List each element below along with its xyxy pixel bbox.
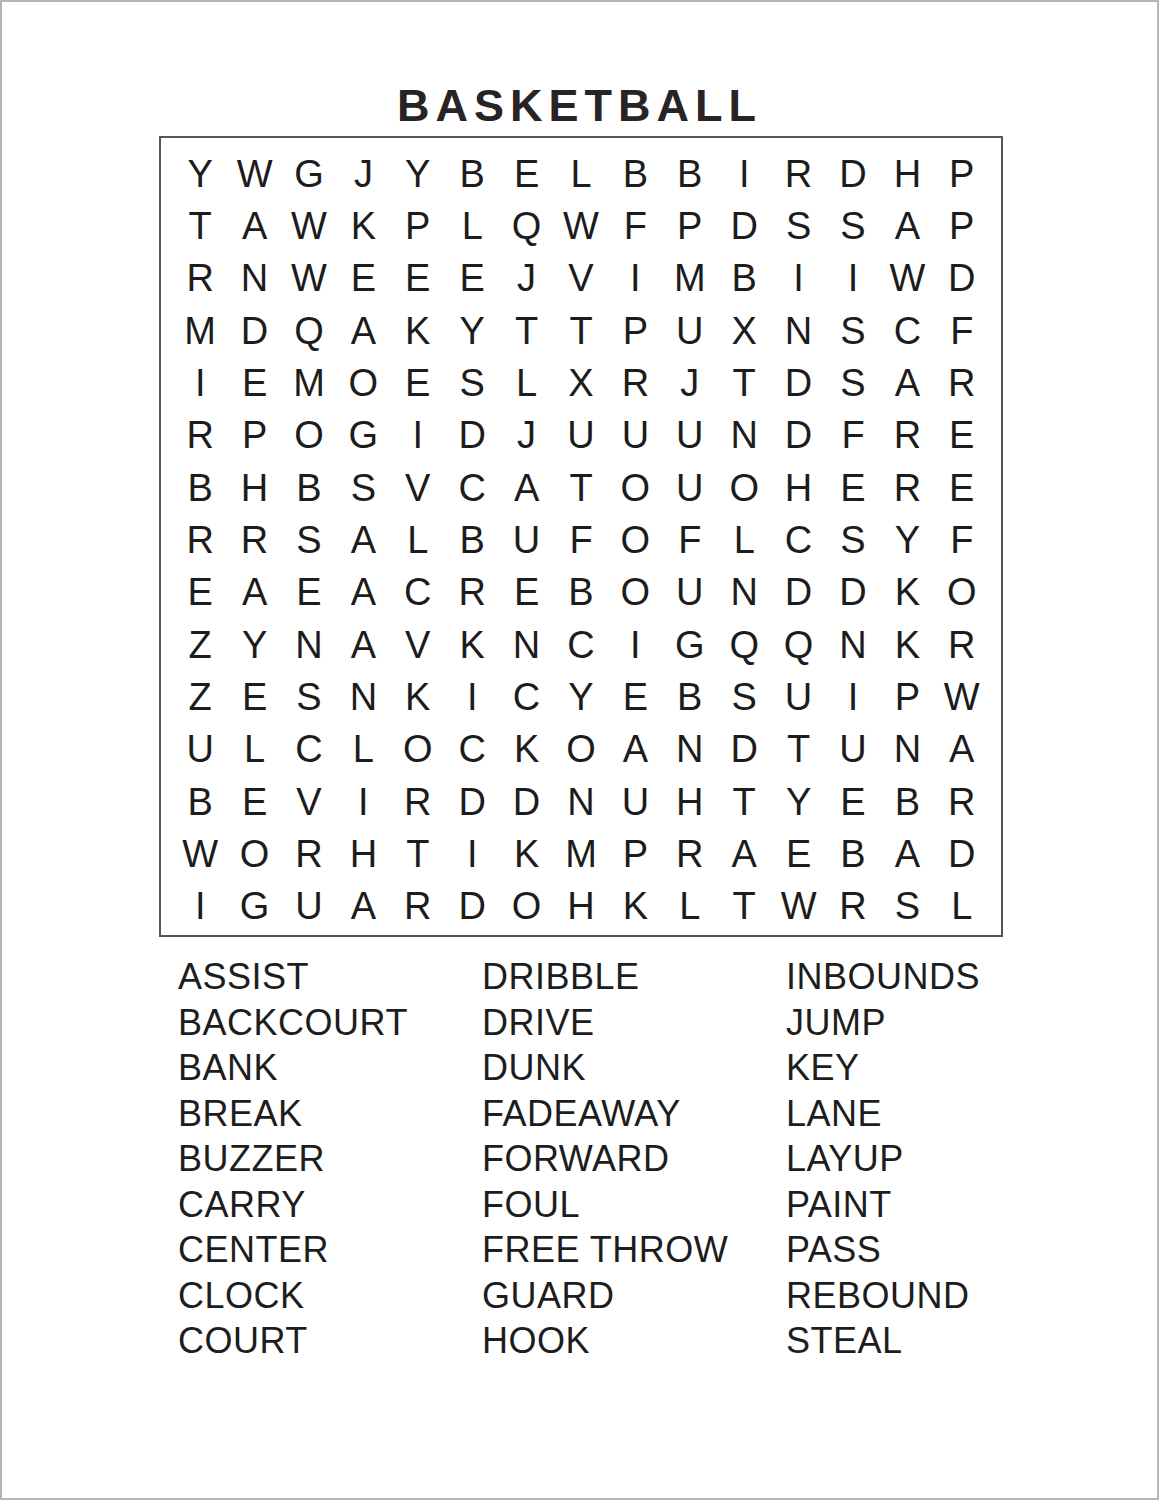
word-item: COURT <box>178 1318 408 1364</box>
grid-cell-r7-c12[interactable]: H <box>771 462 825 514</box>
word-item: INBOUNDS <box>786 954 980 1000</box>
grid-cell-r3-c1[interactable]: R <box>173 253 227 305</box>
grid-cell-r3-c11[interactable]: B <box>717 253 771 305</box>
grid-cell-r15-c11[interactable]: T <box>717 881 771 933</box>
grid-cell-r4-c15[interactable]: F <box>935 305 989 357</box>
grid-cell-r6-c5[interactable]: I <box>391 410 445 462</box>
grid-cell-r1-c15[interactable]: P <box>935 148 989 200</box>
grid-cell-r5-c2[interactable]: E <box>227 357 281 409</box>
grid-cell-r9-c10[interactable]: U <box>663 567 717 619</box>
grid-cell-r9-c7[interactable]: E <box>499 567 553 619</box>
grid-cell-r3-c15[interactable]: D <box>935 253 989 305</box>
grid-cell-r5-c14[interactable]: A <box>880 357 934 409</box>
grid-cell-r13-c4[interactable]: I <box>336 776 390 828</box>
grid-cell-r8-c3[interactable]: S <box>282 514 336 566</box>
word-item: FADEAWAY <box>482 1091 728 1137</box>
grid-cell-r5-c9[interactable]: R <box>608 357 662 409</box>
grid-cell-r9-c12[interactable]: D <box>771 567 825 619</box>
grid-cell-r1-c7[interactable]: E <box>499 148 553 200</box>
grid-cell-r2-c15[interactable]: P <box>935 200 989 252</box>
grid-cell-r2-c14[interactable]: A <box>880 200 934 252</box>
grid-cell-r5-c1[interactable]: I <box>173 357 227 409</box>
word-item: BANK <box>178 1045 408 1091</box>
grid-cell-r11-c9[interactable]: E <box>608 671 662 723</box>
grid-cell-r13-c10[interactable]: H <box>663 776 717 828</box>
grid-cell-r12-c13[interactable]: U <box>826 724 880 776</box>
grid-cell-r12-c15[interactable]: A <box>935 724 989 776</box>
grid-cell-r14-c14[interactable]: A <box>880 828 934 880</box>
grid-cell-r4-c8[interactable]: T <box>554 305 608 357</box>
grid-cell-r1-c2[interactable]: W <box>227 148 281 200</box>
grid-cell-r8-c14[interactable]: Y <box>880 514 934 566</box>
grid-cell-r13-c14[interactable]: B <box>880 776 934 828</box>
grid-cell-r11-c3[interactable]: S <box>282 671 336 723</box>
grid-cell-r8-c7[interactable]: U <box>499 514 553 566</box>
word-item: BREAK <box>178 1091 408 1137</box>
word-item: CARRY <box>178 1182 408 1228</box>
grid-cell-r5-c6[interactable]: S <box>445 357 499 409</box>
grid-cell-r2-c2[interactable]: A <box>227 200 281 252</box>
grid-cell-r5-c12[interactable]: D <box>771 357 825 409</box>
grid-cell-r1-c10[interactable]: B <box>663 148 717 200</box>
grid-cell-r14-c15[interactable]: D <box>935 828 989 880</box>
grid-cell-r1-c1[interactable]: Y <box>173 148 227 200</box>
grid-cell-r3-c4[interactable]: E <box>336 253 390 305</box>
grid-cell-r13-c5[interactable]: R <box>391 776 445 828</box>
grid-cell-r3-c8[interactable]: V <box>554 253 608 305</box>
word-item: LANE <box>786 1091 980 1137</box>
grid-cell-r8-c10[interactable]: F <box>663 514 717 566</box>
grid-cell-r15-c10[interactable]: L <box>663 881 717 933</box>
grid-cell-r14-c3[interactable]: R <box>282 828 336 880</box>
grid-cell-r1-c11[interactable]: I <box>717 148 771 200</box>
grid-cell-r14-c5[interactable]: T <box>391 828 445 880</box>
word-item: KEY <box>786 1045 980 1091</box>
word-item: REBOUND <box>786 1273 980 1319</box>
grid-cell-r15-c13[interactable]: R <box>826 881 880 933</box>
word-item: JUMP <box>786 1000 980 1046</box>
grid-cell-r6-c3[interactable]: O <box>282 410 336 462</box>
grid-cell-r6-c8[interactable]: U <box>554 410 608 462</box>
grid-cell-r8-c12[interactable]: C <box>771 514 825 566</box>
grid-cell-r3-c5[interactable]: E <box>391 253 445 305</box>
grid-cell-r4-c9[interactable]: P <box>608 305 662 357</box>
word-item: HOOK <box>482 1318 728 1364</box>
grid-cell-r2-c1[interactable]: T <box>173 200 227 252</box>
grid-cell-r6-c14[interactable]: R <box>880 410 934 462</box>
grid-cell-r12-c14[interactable]: N <box>880 724 934 776</box>
grid-cell-r2-c9[interactable]: F <box>608 200 662 252</box>
grid-cell-r1-c14[interactable]: H <box>880 148 934 200</box>
grid-cell-r4-c6[interactable]: Y <box>445 305 499 357</box>
grid-cell-r7-c10[interactable]: U <box>663 462 717 514</box>
grid-cell-r6-c6[interactable]: D <box>445 410 499 462</box>
grid-cell-r8-c6[interactable]: B <box>445 514 499 566</box>
grid-cell-r9-c11[interactable]: N <box>717 567 771 619</box>
grid-cell-r13-c15[interactable]: R <box>935 776 989 828</box>
grid-cell-r7-c5[interactable]: V <box>391 462 445 514</box>
grid-cell-r4-c3[interactable]: Q <box>282 305 336 357</box>
grid-cell-r14-c6[interactable]: I <box>445 828 499 880</box>
grid-cell-r9-c4[interactable]: A <box>336 567 390 619</box>
grid-cell-r1-c5[interactable]: Y <box>391 148 445 200</box>
grid-cell-r14-c11[interactable]: A <box>717 828 771 880</box>
grid-cell-r12-c6[interactable]: C <box>445 724 499 776</box>
grid-cell-r3-c14[interactable]: W <box>880 253 934 305</box>
grid-cell-r14-c2[interactable]: O <box>227 828 281 880</box>
grid-cell-r5-c4[interactable]: O <box>336 357 390 409</box>
word-item: FOUL <box>482 1182 728 1228</box>
grid-cell-r8-c1[interactable]: R <box>173 514 227 566</box>
grid-cell-r12-c1[interactable]: U <box>173 724 227 776</box>
word-item: FORWARD <box>482 1136 728 1182</box>
grid-cell-r13-c9[interactable]: U <box>608 776 662 828</box>
grid-cell-r11-c6[interactable]: I <box>445 671 499 723</box>
grid-cell-r15-c7[interactable]: O <box>499 881 553 933</box>
grid-cell-r5-c11[interactable]: T <box>717 357 771 409</box>
grid-cell-r13-c12[interactable]: Y <box>771 776 825 828</box>
grid-cell-r10-c7[interactable]: N <box>499 619 553 671</box>
grid-cell-r6-c9[interactable]: U <box>608 410 662 462</box>
grid-cell-r13-c6[interactable]: D <box>445 776 499 828</box>
grid-cell-r8-c9[interactable]: O <box>608 514 662 566</box>
grid-cell-r5-c5[interactable]: E <box>391 357 445 409</box>
grid-cell-r15-c8[interactable]: H <box>554 881 608 933</box>
grid-cell-r3-c13[interactable]: I <box>826 253 880 305</box>
grid-cell-r14-c10[interactable]: R <box>663 828 717 880</box>
grid-cell-r1-c9[interactable]: B <box>608 148 662 200</box>
grid-cell-r15-c5[interactable]: R <box>391 881 445 933</box>
word-list-column-2: DRIBBLEDRIVEDUNKFADEAWAYFORWARDFOULFREE … <box>482 954 728 1364</box>
grid-cell-r1-c4[interactable]: J <box>336 148 390 200</box>
grid-cell-r2-c10[interactable]: P <box>663 200 717 252</box>
grid-cell-r10-c8[interactable]: C <box>554 619 608 671</box>
grid-cell-r4-c13[interactable]: S <box>826 305 880 357</box>
grid-cell-r9-c6[interactable]: R <box>445 567 499 619</box>
grid-cell-r1-c3[interactable]: G <box>282 148 336 200</box>
grid-cell-r3-c7[interactable]: J <box>499 253 553 305</box>
word-item: FREE THROW <box>482 1227 728 1273</box>
grid-cell-r15-c2[interactable]: G <box>227 881 281 933</box>
grid-cell-r7-c7[interactable]: A <box>499 462 553 514</box>
grid-cell-r6-c13[interactable]: F <box>826 410 880 462</box>
grid-cell-r9-c3[interactable]: E <box>282 567 336 619</box>
grid-cell-r11-c8[interactable]: Y <box>554 671 608 723</box>
grid-cell-r4-c11[interactable]: X <box>717 305 771 357</box>
grid-cell-r1-c13[interactable]: D <box>826 148 880 200</box>
grid-cell-r6-c10[interactable]: U <box>663 410 717 462</box>
grid-cell-r6-c7[interactable]: J <box>499 410 553 462</box>
grid-cell-r9-c9[interactable]: O <box>608 567 662 619</box>
grid-cell-r13-c13[interactable]: E <box>826 776 880 828</box>
grid-cell-r7-c15[interactable]: E <box>935 462 989 514</box>
word-item: LAYUP <box>786 1136 980 1182</box>
grid-cell-r2-c8[interactable]: W <box>554 200 608 252</box>
puzzle-page: BASKETBALL YWGJYBELBBIRDHPTAWKPLQWFPDSSA… <box>0 0 1159 1500</box>
grid-cell-r3-c6[interactable]: E <box>445 253 499 305</box>
word-item: GUARD <box>482 1273 728 1319</box>
word-item: CLOCK <box>178 1273 408 1319</box>
grid-cell-r7-c9[interactable]: O <box>608 462 662 514</box>
grid-cell-r2-c3[interactable]: W <box>282 200 336 252</box>
grid-cell-r14-c12[interactable]: E <box>771 828 825 880</box>
grid-cell-r15-c12[interactable]: W <box>771 881 825 933</box>
grid-cell-r15-c1[interactable]: I <box>173 881 227 933</box>
grid-cell-r9-c1[interactable]: E <box>173 567 227 619</box>
grid-cell-r4-c4[interactable]: A <box>336 305 390 357</box>
grid-cell-r4-c5[interactable]: K <box>391 305 445 357</box>
grid-cell-r4-c14[interactable]: C <box>880 305 934 357</box>
grid-cell-r4-c1[interactable]: M <box>173 305 227 357</box>
grid-cell-r12-c9[interactable]: A <box>608 724 662 776</box>
grid-cell-r5-c13[interactable]: S <box>826 357 880 409</box>
grid-cell-r14-c9[interactable]: P <box>608 828 662 880</box>
grid-cell-r14-c1[interactable]: W <box>173 828 227 880</box>
grid-cell-r10-c10[interactable]: G <box>663 619 717 671</box>
grid-cell-r13-c8[interactable]: N <box>554 776 608 828</box>
grid-cell-r12-c3[interactable]: C <box>282 724 336 776</box>
grid-cell-r9-c13[interactable]: D <box>826 567 880 619</box>
grid-cell-r5-c8[interactable]: X <box>554 357 608 409</box>
grid-cell-r8-c2[interactable]: R <box>227 514 281 566</box>
grid-cell-r5-c15[interactable]: R <box>935 357 989 409</box>
word-item: PAINT <box>786 1182 980 1228</box>
grid-cell-r7-c6[interactable]: C <box>445 462 499 514</box>
grid-cell-r8-c11[interactable]: L <box>717 514 771 566</box>
grid-cell-r13-c11[interactable]: T <box>717 776 771 828</box>
grid-cell-r15-c9[interactable]: K <box>608 881 662 933</box>
grid-cell-r5-c7[interactable]: L <box>499 357 553 409</box>
grid-cell-r12-c7[interactable]: K <box>499 724 553 776</box>
word-item: DUNK <box>482 1045 728 1091</box>
grid-cell-r14-c13[interactable]: B <box>826 828 880 880</box>
grid-cell-r12-c11[interactable]: D <box>717 724 771 776</box>
grid-cell-r4-c12[interactable]: N <box>771 305 825 357</box>
grid-cell-r8-c15[interactable]: F <box>935 514 989 566</box>
grid-cell-r13-c7[interactable]: D <box>499 776 553 828</box>
grid-cell-r6-c1[interactable]: R <box>173 410 227 462</box>
grid-cell-r10-c12[interactable]: Q <box>771 619 825 671</box>
grid-cell-r1-c6[interactable]: B <box>445 148 499 200</box>
grid-cell-r15-c15[interactable]: L <box>935 881 989 933</box>
grid-cell-r9-c5[interactable]: C <box>391 567 445 619</box>
grid-cell-r6-c12[interactable]: D <box>771 410 825 462</box>
word-list-column-3: INBOUNDSJUMPKEYLANELAYUPPAINTPASSREBOUND… <box>786 954 980 1364</box>
word-search-grid: YWGJYBELBBIRDHPTAWKPLQWFPDSSAPRNWEEEJVIM… <box>159 136 1003 937</box>
grid-cell-r8-c4[interactable]: A <box>336 514 390 566</box>
grid-cell-r11-c1[interactable]: Z <box>173 671 227 723</box>
grid-cell-r2-c12[interactable]: S <box>771 200 825 252</box>
grid-cell-r7-c8[interactable]: T <box>554 462 608 514</box>
grid-cell-r12-c8[interactable]: O <box>554 724 608 776</box>
grid-cell-r6-c15[interactable]: E <box>935 410 989 462</box>
grid-cell-r7-c3[interactable]: B <box>282 462 336 514</box>
grid-cell-r1-c8[interactable]: L <box>554 148 608 200</box>
grid-cell-r9-c2[interactable]: A <box>227 567 281 619</box>
grid-cell-r11-c11[interactable]: S <box>717 671 771 723</box>
word-item: STEAL <box>786 1318 980 1364</box>
grid-cell-r3-c2[interactable]: N <box>227 253 281 305</box>
grid-cell-r10-c2[interactable]: Y <box>227 619 281 671</box>
grid-cell-r13-c3[interactable]: V <box>282 776 336 828</box>
grid-cell-r6-c2[interactable]: P <box>227 410 281 462</box>
grid-cell-r7-c11[interactable]: O <box>717 462 771 514</box>
grid-cell-r8-c5[interactable]: L <box>391 514 445 566</box>
grid-cell-r6-c4[interactable]: G <box>336 410 390 462</box>
grid-cell-r8-c8[interactable]: F <box>554 514 608 566</box>
grid-cell-r11-c2[interactable]: E <box>227 671 281 723</box>
grid-cell-r10-c11[interactable]: Q <box>717 619 771 671</box>
grid-cell-r12-c5[interactable]: O <box>391 724 445 776</box>
grid-cell-r4-c2[interactable]: D <box>227 305 281 357</box>
grid-cell-r9-c14[interactable]: K <box>880 567 934 619</box>
word-item: BUZZER <box>178 1136 408 1182</box>
word-item: DRIVE <box>482 1000 728 1046</box>
grid-cell-r10-c4[interactable]: A <box>336 619 390 671</box>
grid-cell-r12-c12[interactable]: T <box>771 724 825 776</box>
grid-cell-r12-c10[interactable]: N <box>663 724 717 776</box>
grid-cell-r4-c7[interactable]: T <box>499 305 553 357</box>
grid-cell-r3-c12[interactable]: I <box>771 253 825 305</box>
grid-cell-r10-c5[interactable]: V <box>391 619 445 671</box>
grid-cell-r1-c12[interactable]: R <box>771 148 825 200</box>
grid-cell-r3-c9[interactable]: I <box>608 253 662 305</box>
grid-cell-r11-c7[interactable]: C <box>499 671 553 723</box>
grid-cell-r6-c11[interactable]: N <box>717 410 771 462</box>
grid-cell-r9-c15[interactable]: O <box>935 567 989 619</box>
grid-cell-r7-c4[interactable]: S <box>336 462 390 514</box>
grid-cell-r11-c4[interactable]: N <box>336 671 390 723</box>
word-list-column-1: ASSISTBACKCOURTBANKBREAKBUZZERCARRYCENTE… <box>178 954 408 1364</box>
grid-cell-r12-c2[interactable]: L <box>227 724 281 776</box>
grid-cell-r10-c3[interactable]: N <box>282 619 336 671</box>
puzzle-title: BASKETBALL <box>2 80 1157 132</box>
grid-cell-r3-c10[interactable]: M <box>663 253 717 305</box>
word-item: DRIBBLE <box>482 954 728 1000</box>
grid-cell-r2-c7[interactable]: Q <box>499 200 553 252</box>
grid-cell-r2-c6[interactable]: L <box>445 200 499 252</box>
grid-cell-r14-c8[interactable]: M <box>554 828 608 880</box>
grid-cell-r9-c8[interactable]: B <box>554 567 608 619</box>
grid-cell-r15-c4[interactable]: A <box>336 881 390 933</box>
grid-cell-r3-c3[interactable]: W <box>282 253 336 305</box>
grid-cell-r11-c15[interactable]: W <box>935 671 989 723</box>
grid-cell-r15-c14[interactable]: S <box>880 881 934 933</box>
grid-cell-r7-c14[interactable]: R <box>880 462 934 514</box>
grid-cell-r7-c2[interactable]: H <box>227 462 281 514</box>
word-item: BACKCOURT <box>178 1000 408 1046</box>
grid-cell-r12-c4[interactable]: L <box>336 724 390 776</box>
grid-cell-r11-c14[interactable]: P <box>880 671 934 723</box>
grid-cell-r15-c6[interactable]: D <box>445 881 499 933</box>
grid-cell-r2-c4[interactable]: K <box>336 200 390 252</box>
grid-cell-r8-c13[interactable]: S <box>826 514 880 566</box>
grid-cell-r5-c3[interactable]: M <box>282 357 336 409</box>
grid-cell-r11-c12[interactable]: U <box>771 671 825 723</box>
grid-cell-r11-c5[interactable]: K <box>391 671 445 723</box>
grid-cell-r5-c10[interactable]: J <box>663 357 717 409</box>
grid-cell-r10-c14[interactable]: K <box>880 619 934 671</box>
grid-cell-r4-c10[interactable]: U <box>663 305 717 357</box>
grid-cell-r14-c7[interactable]: K <box>499 828 553 880</box>
grid-cell-r7-c1[interactable]: B <box>173 462 227 514</box>
grid-cell-r10-c13[interactable]: N <box>826 619 880 671</box>
grid-cell-r2-c13[interactable]: S <box>826 200 880 252</box>
word-item: PASS <box>786 1227 980 1273</box>
grid-cell-r7-c13[interactable]: E <box>826 462 880 514</box>
grid-cell-r13-c1[interactable]: B <box>173 776 227 828</box>
grid-cell-r2-c5[interactable]: P <box>391 200 445 252</box>
word-item: ASSIST <box>178 954 408 1000</box>
grid-cell-r11-c10[interactable]: B <box>663 671 717 723</box>
grid-cell-r15-c3[interactable]: U <box>282 881 336 933</box>
grid-cell-r10-c15[interactable]: R <box>935 619 989 671</box>
grid-cell-r10-c1[interactable]: Z <box>173 619 227 671</box>
grid-cell-r14-c4[interactable]: H <box>336 828 390 880</box>
grid-cell-r13-c2[interactable]: E <box>227 776 281 828</box>
grid-cell-r10-c6[interactable]: K <box>445 619 499 671</box>
grid-cell-r10-c9[interactable]: I <box>608 619 662 671</box>
word-item: CENTER <box>178 1227 408 1273</box>
grid-cell-r11-c13[interactable]: I <box>826 671 880 723</box>
grid-cell-r2-c11[interactable]: D <box>717 200 771 252</box>
